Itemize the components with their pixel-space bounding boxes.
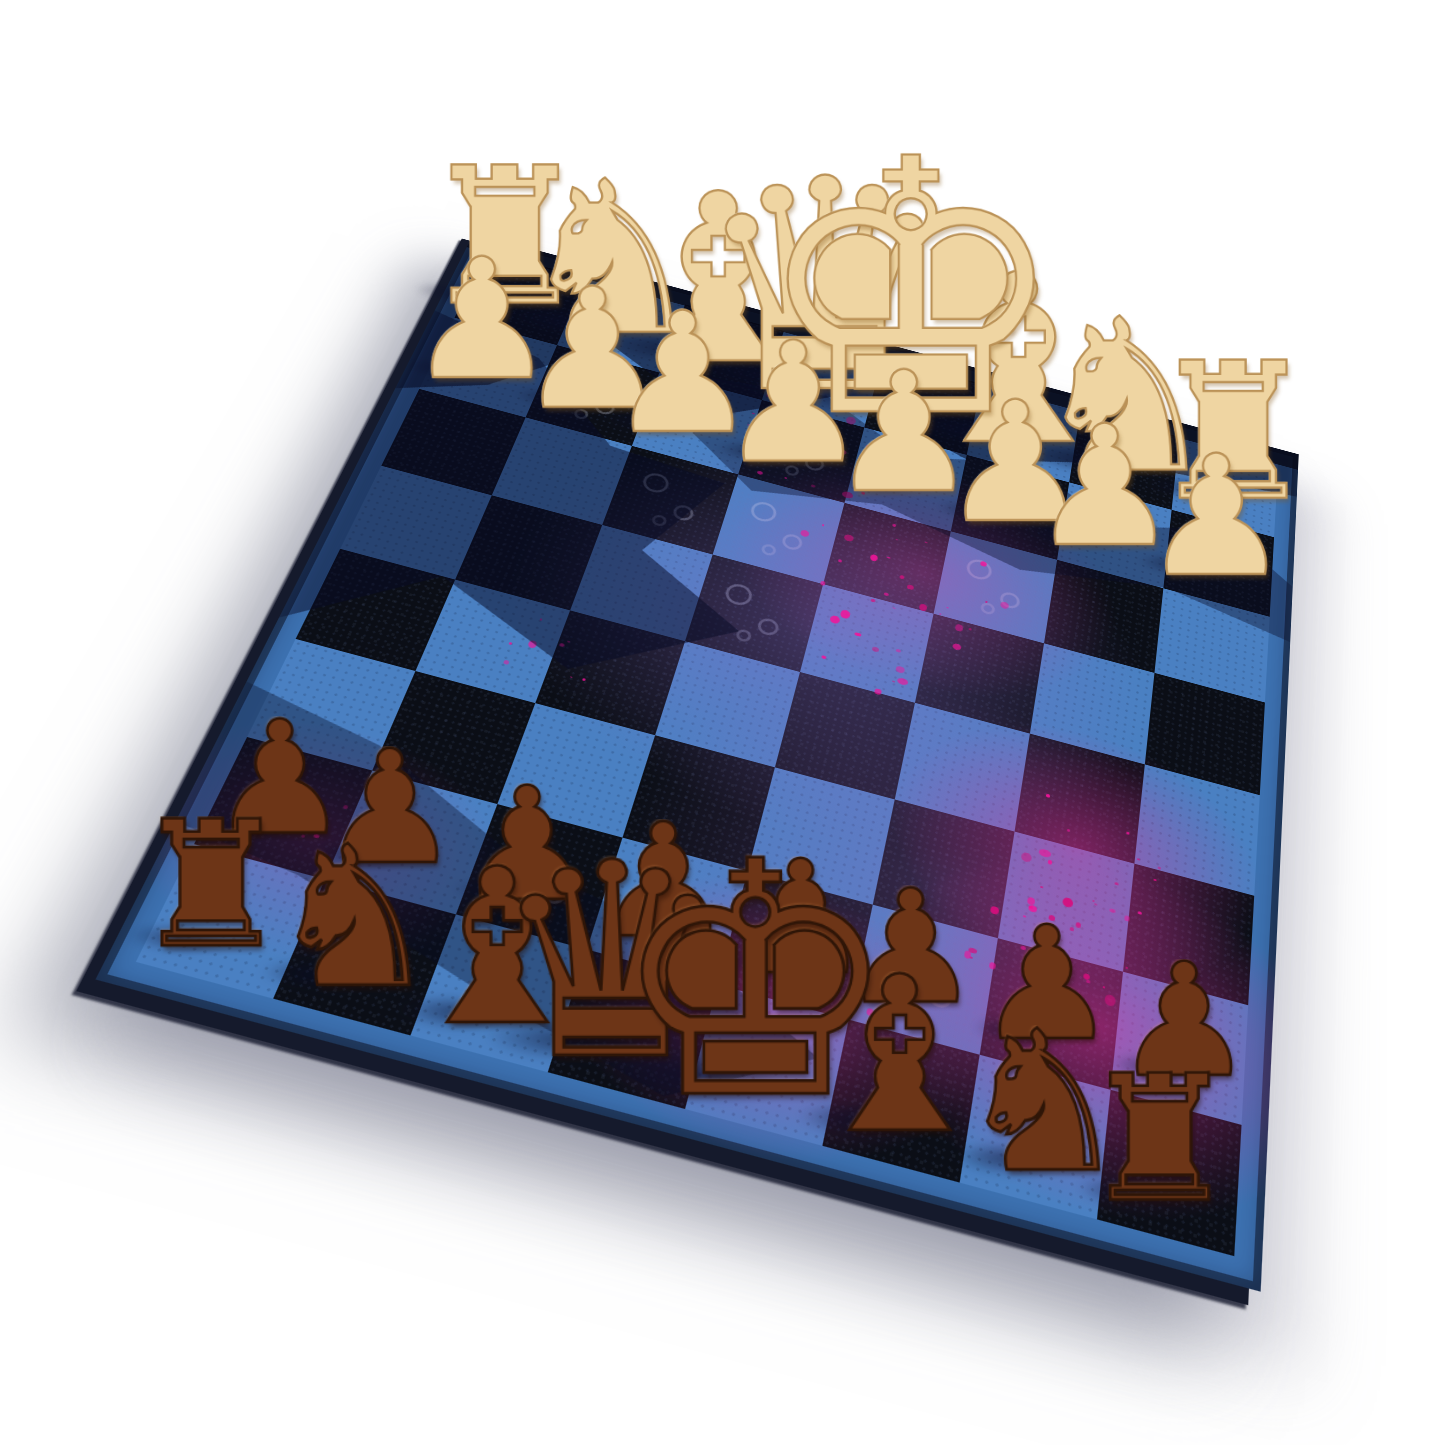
photo-scene: ♜♞♝♛♚♝♞♜♟♟♟♟♟♟♟♟♟♟♟♟♟♟♟♟♜♞♝♛♚♝♞♜: [0, 0, 1445, 1445]
white-pawn-glyph: ♟: [1133, 450, 1299, 580]
chess-board: ♜♞♝♛♚♝♞♜♟♟♟♟♟♟♟♟♟♟♟♟♟♟♟♟♜♞♝♛♚♝♞♜: [95, 233, 1298, 1291]
black-king-glyph: ♚: [594, 852, 917, 1104]
